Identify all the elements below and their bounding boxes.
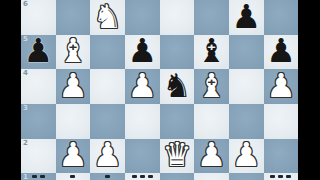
square-b1[interactable] [56, 173, 91, 180]
rank-label-3: 3 [23, 105, 28, 112]
piece-top-dot [105, 175, 110, 178]
black-pawn[interactable]: ♟ [128, 34, 158, 68]
piece-top-dot [40, 175, 45, 178]
square-f2[interactable]: ♟ [194, 139, 229, 174]
square-g1[interactable] [229, 173, 264, 180]
piece-top-dot [140, 175, 145, 178]
white-pawn[interactable]: ♟ [93, 138, 123, 172]
square-g2[interactable]: ♟ [229, 139, 264, 174]
square-f3[interactable] [194, 104, 229, 139]
square-a2[interactable]: 2 [21, 139, 56, 174]
square-h2[interactable] [264, 139, 299, 174]
white-bishop[interactable]: ♝ [58, 34, 88, 68]
square-d2[interactable] [125, 139, 160, 174]
square-d1[interactable] [125, 173, 160, 180]
square-b2[interactable]: ♟ [56, 139, 91, 174]
square-f1[interactable] [194, 173, 229, 180]
square-b3[interactable] [56, 104, 91, 139]
white-queen[interactable]: ♛ [162, 138, 192, 172]
square-e5[interactable] [160, 35, 195, 70]
white-pawn[interactable]: ♟ [266, 69, 296, 103]
square-d4[interactable]: ♟ [125, 69, 160, 104]
black-pawn[interactable]: ♟ [231, 0, 261, 34]
square-d5[interactable]: ♟ [125, 35, 160, 70]
square-h6[interactable] [264, 0, 299, 35]
square-e1[interactable] [160, 173, 195, 180]
square-a6[interactable]: 6 [21, 0, 56, 35]
square-g4[interactable] [229, 69, 264, 104]
square-b6[interactable] [56, 0, 91, 35]
white-pawn[interactable]: ♟ [197, 138, 227, 172]
black-knight[interactable]: ♞ [162, 69, 192, 103]
square-f4[interactable]: ♝ [194, 69, 229, 104]
white-pawn[interactable]: ♟ [231, 138, 261, 172]
square-c1[interactable] [90, 173, 125, 180]
square-e6[interactable] [160, 0, 195, 35]
piece-top-dot [70, 175, 75, 178]
piece-top-dot [270, 175, 275, 178]
square-b5[interactable]: ♝ [56, 35, 91, 70]
square-e2[interactable]: ♛ [160, 139, 195, 174]
chess-board[interactable]: 6♞♟5♟♝♟♝♟4♟♟♞♝♟32♟♟♛♟♟1 [21, 0, 299, 180]
black-pawn[interactable]: ♟ [266, 34, 296, 68]
square-a3[interactable]: 3 [21, 104, 56, 139]
square-b4[interactable]: ♟ [56, 69, 91, 104]
square-d3[interactable] [125, 104, 160, 139]
square-h1[interactable] [264, 173, 299, 180]
square-c2[interactable]: ♟ [90, 139, 125, 174]
cropped-piece-top-c1 [90, 175, 125, 178]
black-bishop[interactable]: ♝ [197, 34, 227, 68]
rank-label-4: 4 [23, 70, 28, 77]
cropped-piece-top-b1 [56, 175, 91, 178]
rank-label-2: 2 [23, 140, 28, 147]
stage: 6♞♟5♟♝♟♝♟4♟♟♞♝♟32♟♟♛♟♟1 [0, 0, 320, 180]
white-knight[interactable]: ♞ [93, 0, 123, 34]
square-a5[interactable]: 5♟ [21, 35, 56, 70]
square-g3[interactable] [229, 104, 264, 139]
cropped-piece-top-h1 [264, 175, 299, 178]
square-d6[interactable] [125, 0, 160, 35]
left-letterbox-bar [0, 0, 21, 180]
cropped-piece-top-d1 [125, 175, 160, 178]
white-pawn[interactable]: ♟ [58, 69, 88, 103]
piece-top-dot [132, 175, 137, 178]
square-f5[interactable]: ♝ [194, 35, 229, 70]
square-h4[interactable]: ♟ [264, 69, 299, 104]
white-pawn[interactable]: ♟ [58, 138, 88, 172]
square-c6[interactable]: ♞ [90, 0, 125, 35]
square-h5[interactable]: ♟ [264, 35, 299, 70]
square-c3[interactable] [90, 104, 125, 139]
piece-top-dot [286, 175, 291, 178]
square-e4[interactable]: ♞ [160, 69, 195, 104]
square-a1[interactable]: 1 [21, 173, 56, 180]
rank-label-6: 6 [23, 1, 28, 8]
piece-top-dot [148, 175, 153, 178]
square-f6[interactable] [194, 0, 229, 35]
square-c5[interactable] [90, 35, 125, 70]
square-h3[interactable] [264, 104, 299, 139]
rank-label-5: 5 [23, 36, 28, 43]
square-g6[interactable]: ♟ [229, 0, 264, 35]
square-a4[interactable]: 4 [21, 69, 56, 104]
white-pawn[interactable]: ♟ [128, 69, 158, 103]
square-g5[interactable] [229, 35, 264, 70]
piece-top-dot [32, 175, 37, 178]
square-c4[interactable] [90, 69, 125, 104]
piece-top-dot [278, 175, 283, 178]
white-bishop[interactable]: ♝ [197, 69, 227, 103]
right-letterbox-bar [298, 0, 320, 180]
rank-label-1: 1 [23, 174, 28, 180]
square-e3[interactable] [160, 104, 195, 139]
